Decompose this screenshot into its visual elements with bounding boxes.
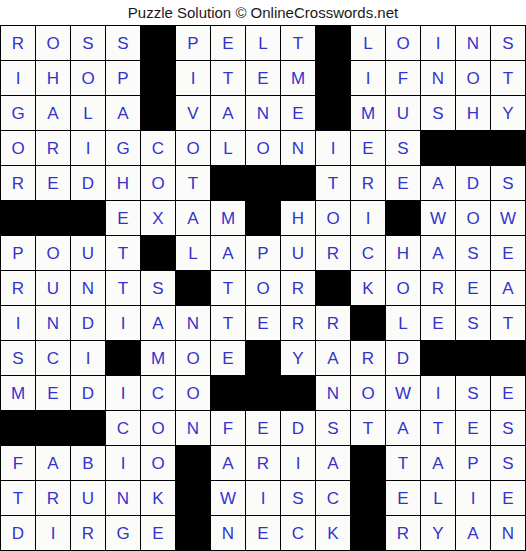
letter-cell-r8c11: K xyxy=(351,271,386,306)
letter-cell-r11c10: N xyxy=(316,376,351,411)
letter-cell-r7c3: U xyxy=(71,236,106,271)
letter-cell-r5c10: T xyxy=(316,166,351,201)
letter-cell-r13c9: I xyxy=(281,446,316,481)
letter-cell-r8c14: E xyxy=(456,271,491,306)
letter-cell-r9c9: R xyxy=(281,306,316,341)
letter-cell-r14c15: E xyxy=(491,481,526,516)
letter-cell-r13c14: P xyxy=(456,446,491,481)
letter-cell-r2c12: F xyxy=(386,61,421,96)
letter-cell-r14c14: I xyxy=(456,481,491,516)
black-cell-r6c3 xyxy=(71,201,106,236)
letter-cell-r10c9: Y xyxy=(281,341,316,376)
letter-cell-r7c6: L xyxy=(176,236,211,271)
letter-cell-r9c10: R xyxy=(316,306,351,341)
letter-cell-r1c4: S xyxy=(106,26,141,61)
black-cell-r12c3 xyxy=(71,411,106,446)
letter-cell-r6c9: H xyxy=(281,201,316,236)
letter-cell-r1c11: L xyxy=(351,26,386,61)
letter-cell-r12c12: A xyxy=(386,411,421,446)
letter-cell-r7c4: T xyxy=(106,236,141,271)
letter-cell-r1c7: E xyxy=(211,26,246,61)
puzzle-solution-page: Puzzle Solution © OnlineCrosswords.net R… xyxy=(0,0,526,551)
letter-cell-r1c2: O xyxy=(36,26,71,61)
letter-cell-r9c13: E xyxy=(421,306,456,341)
letter-cell-r2c4: P xyxy=(106,61,141,96)
letter-cell-r7c1: P xyxy=(1,236,36,271)
letter-cell-r10c1: S xyxy=(1,341,36,376)
letter-cell-r9c6: N xyxy=(176,306,211,341)
letter-cell-r10c2: C xyxy=(36,341,71,376)
letter-cell-r13c3: B xyxy=(71,446,106,481)
letter-cell-r8c2: U xyxy=(36,271,71,306)
letter-cell-r13c12: T xyxy=(386,446,421,481)
black-cell-r4c14 xyxy=(456,131,491,166)
letter-cell-r14c1: T xyxy=(1,481,36,516)
letter-cell-r14c12: E xyxy=(386,481,421,516)
black-cell-r7c5 xyxy=(141,236,176,271)
letter-cell-r12c6: N xyxy=(176,411,211,446)
black-cell-r11c8 xyxy=(246,376,281,411)
letter-cell-r3c1: G xyxy=(1,96,36,131)
letter-cell-r15c7: N xyxy=(211,516,246,551)
black-cell-r14c11 xyxy=(351,481,386,516)
letter-cell-r7c7: A xyxy=(211,236,246,271)
black-cell-r6c1 xyxy=(1,201,36,236)
black-cell-r3c5 xyxy=(141,96,176,131)
letter-cell-r14c7: W xyxy=(211,481,246,516)
letter-cell-r11c11: O xyxy=(351,376,386,411)
letter-cell-r4c4: G xyxy=(106,131,141,166)
black-cell-r5c7 xyxy=(211,166,246,201)
letter-cell-r7c10: R xyxy=(316,236,351,271)
letter-cell-r8c4: T xyxy=(106,271,141,306)
black-cell-r12c2 xyxy=(36,411,71,446)
letter-cell-r12c4: C xyxy=(106,411,141,446)
letter-cell-r1c9: T xyxy=(281,26,316,61)
black-cell-r6c8 xyxy=(246,201,281,236)
letter-cell-r13c13: A xyxy=(421,446,456,481)
black-cell-r6c2 xyxy=(36,201,71,236)
letter-cell-r4c3: I xyxy=(71,131,106,166)
letter-cell-r11c12: W xyxy=(386,376,421,411)
letter-cell-r3c14: H xyxy=(456,96,491,131)
letter-cell-r6c7: M xyxy=(211,201,246,236)
letter-cell-r3c11: M xyxy=(351,96,386,131)
letter-cell-r8c3: N xyxy=(71,271,106,306)
letter-cell-r2c1: I xyxy=(1,61,36,96)
letter-cell-r4c5: C xyxy=(141,131,176,166)
letter-cell-r3c3: L xyxy=(71,96,106,131)
letter-cell-r10c10: A xyxy=(316,341,351,376)
letter-cell-r10c3: I xyxy=(71,341,106,376)
black-cell-r10c4 xyxy=(106,341,141,376)
letter-cell-r8c1: R xyxy=(1,271,36,306)
letter-cell-r8c15: A xyxy=(491,271,526,306)
letter-cell-r7c13: A xyxy=(421,236,456,271)
letter-cell-r13c1: F xyxy=(1,446,36,481)
letter-cell-r4c9: N xyxy=(281,131,316,166)
letter-cell-r6c6: A xyxy=(176,201,211,236)
letter-cell-r13c8: R xyxy=(246,446,281,481)
letter-cell-r6c4: E xyxy=(106,201,141,236)
letter-cell-r15c14: A xyxy=(456,516,491,551)
black-cell-r11c9 xyxy=(281,376,316,411)
letter-cell-r1c6: P xyxy=(176,26,211,61)
letter-cell-r5c14: D xyxy=(456,166,491,201)
black-cell-r10c15 xyxy=(491,341,526,376)
letter-cell-r9c12: L xyxy=(386,306,421,341)
letter-cell-r3c13: S xyxy=(421,96,456,131)
letter-cell-r12c15: S xyxy=(491,411,526,446)
letter-cell-r7c11: C xyxy=(351,236,386,271)
letter-cell-r5c5: O xyxy=(141,166,176,201)
letter-cell-r15c8: E xyxy=(246,516,281,551)
letter-cell-r14c3: U xyxy=(71,481,106,516)
black-cell-r9c11 xyxy=(351,306,386,341)
letter-cell-r6c14: O xyxy=(456,201,491,236)
letter-cell-r1c12: O xyxy=(386,26,421,61)
letter-cell-r2c11: I xyxy=(351,61,386,96)
letter-cell-r6c10: O xyxy=(316,201,351,236)
letter-cell-r15c12: R xyxy=(386,516,421,551)
black-cell-r10c14 xyxy=(456,341,491,376)
letter-cell-r8c8: O xyxy=(246,271,281,306)
letter-cell-r10c6: O xyxy=(176,341,211,376)
letter-cell-r8c12: O xyxy=(386,271,421,306)
black-cell-r4c15 xyxy=(491,131,526,166)
letter-cell-r7c14: S xyxy=(456,236,491,271)
letter-cell-r11c6: O xyxy=(176,376,211,411)
letter-cell-r4c12: S xyxy=(386,131,421,166)
letter-cell-r9c4: I xyxy=(106,306,141,341)
letter-cell-r13c15: S xyxy=(491,446,526,481)
letter-cell-r2c7: T xyxy=(211,61,246,96)
letter-cell-r2c3: O xyxy=(71,61,106,96)
letter-cell-r11c4: I xyxy=(106,376,141,411)
black-cell-r6c12 xyxy=(386,201,421,236)
letter-cell-r9c2: N xyxy=(36,306,71,341)
letter-cell-r5c2: E xyxy=(36,166,71,201)
letter-cell-r9c5: A xyxy=(141,306,176,341)
letter-cell-r14c8: I xyxy=(246,481,281,516)
letter-cell-r14c4: N xyxy=(106,481,141,516)
letter-cell-r4c10: I xyxy=(316,131,351,166)
letter-cell-r12c7: F xyxy=(211,411,246,446)
letter-cell-r6c5: X xyxy=(141,201,176,236)
black-cell-r5c9 xyxy=(281,166,316,201)
letter-cell-r7c12: H xyxy=(386,236,421,271)
black-cell-r10c8 xyxy=(246,341,281,376)
letter-cell-r12c5: O xyxy=(141,411,176,446)
black-cell-r8c6 xyxy=(176,271,211,306)
letter-cell-r13c4: I xyxy=(106,446,141,481)
letter-cell-r5c4: H xyxy=(106,166,141,201)
black-cell-r1c5 xyxy=(141,26,176,61)
letter-cell-r9c1: I xyxy=(1,306,36,341)
letter-cell-r2c15: T xyxy=(491,61,526,96)
letter-cell-r13c10: A xyxy=(316,446,351,481)
page-title: Puzzle Solution © OnlineCrosswords.net xyxy=(0,0,526,25)
letter-cell-r8c13: R xyxy=(421,271,456,306)
letter-cell-r6c15: W xyxy=(491,201,526,236)
letter-cell-r8c9: R xyxy=(281,271,316,306)
letter-cell-r9c14: S xyxy=(456,306,491,341)
black-cell-r2c10 xyxy=(316,61,351,96)
letter-cell-r11c5: C xyxy=(141,376,176,411)
letter-cell-r11c15: E xyxy=(491,376,526,411)
letter-cell-r14c13: L xyxy=(421,481,456,516)
black-cell-r4c13 xyxy=(421,131,456,166)
letter-cell-r4c1: O xyxy=(1,131,36,166)
letter-cell-r3c12: U xyxy=(386,96,421,131)
letter-cell-r9c8: E xyxy=(246,306,281,341)
letter-cell-r13c7: A xyxy=(211,446,246,481)
black-cell-r14c6 xyxy=(176,481,211,516)
letter-cell-r1c8: L xyxy=(246,26,281,61)
letter-cell-r5c6: T xyxy=(176,166,211,201)
letter-cell-r2c8: E xyxy=(246,61,281,96)
letter-cell-r15c3: R xyxy=(71,516,106,551)
letter-cell-r9c7: T xyxy=(211,306,246,341)
letter-cell-r4c2: R xyxy=(36,131,71,166)
letter-cell-r10c7: E xyxy=(211,341,246,376)
letter-cell-r6c11: I xyxy=(351,201,386,236)
letter-cell-r2c6: I xyxy=(176,61,211,96)
letter-cell-r9c3: D xyxy=(71,306,106,341)
letter-cell-r2c14: O xyxy=(456,61,491,96)
letter-cell-r1c15: S xyxy=(491,26,526,61)
letter-cell-r5c11: R xyxy=(351,166,386,201)
black-cell-r13c6 xyxy=(176,446,211,481)
letter-cell-r7c2: O xyxy=(36,236,71,271)
black-cell-r10c13 xyxy=(421,341,456,376)
letter-cell-r5c3: D xyxy=(71,166,106,201)
letter-cell-r5c12: E xyxy=(386,166,421,201)
letter-cell-r3c8: N xyxy=(246,96,281,131)
letter-cell-r3c6: V xyxy=(176,96,211,131)
letter-cell-r5c13: A xyxy=(421,166,456,201)
letter-cell-r11c3: D xyxy=(71,376,106,411)
letter-cell-r11c14: S xyxy=(456,376,491,411)
letter-cell-r12c9: D xyxy=(281,411,316,446)
letter-cell-r8c7: T xyxy=(211,271,246,306)
letter-cell-r2c9: M xyxy=(281,61,316,96)
letter-cell-r11c13: I xyxy=(421,376,456,411)
black-cell-r15c6 xyxy=(176,516,211,551)
letter-cell-r15c2: I xyxy=(36,516,71,551)
letter-cell-r8c5: S xyxy=(141,271,176,306)
letter-cell-r15c13: Y xyxy=(421,516,456,551)
letter-cell-r7c9: U xyxy=(281,236,316,271)
black-cell-r3c10 xyxy=(316,96,351,131)
letter-cell-r13c5: O xyxy=(141,446,176,481)
letter-cell-r14c5: K xyxy=(141,481,176,516)
letter-cell-r15c4: G xyxy=(106,516,141,551)
letter-cell-r10c11: R xyxy=(351,341,386,376)
black-cell-r8c10 xyxy=(316,271,351,306)
letter-cell-r5c15: S xyxy=(491,166,526,201)
letter-cell-r1c14: N xyxy=(456,26,491,61)
letter-cell-r4c8: O xyxy=(246,131,281,166)
letter-cell-r3c15: Y xyxy=(491,96,526,131)
crossword-grid: ROSSPELTLOINSIHOPITEMIFNOTGALAVANEMUSHYO… xyxy=(0,25,526,551)
letter-cell-r12c8: E xyxy=(246,411,281,446)
letter-cell-r10c12: D xyxy=(386,341,421,376)
letter-cell-r3c9: E xyxy=(281,96,316,131)
letter-cell-r7c8: P xyxy=(246,236,281,271)
letter-cell-r13c2: A xyxy=(36,446,71,481)
black-cell-r12c1 xyxy=(1,411,36,446)
letter-cell-r7c15: E xyxy=(491,236,526,271)
letter-cell-r3c7: A xyxy=(211,96,246,131)
letter-cell-r6c13: W xyxy=(421,201,456,236)
letter-cell-r3c2: A xyxy=(36,96,71,131)
letter-cell-r12c10: S xyxy=(316,411,351,446)
letter-cell-r4c6: O xyxy=(176,131,211,166)
letter-cell-r12c11: T xyxy=(351,411,386,446)
letter-cell-r15c10: K xyxy=(316,516,351,551)
letter-cell-r14c10: C xyxy=(316,481,351,516)
letter-cell-r4c11: E xyxy=(351,131,386,166)
letter-cell-r5c1: R xyxy=(1,166,36,201)
letter-cell-r1c13: I xyxy=(421,26,456,61)
letter-cell-r15c5: E xyxy=(141,516,176,551)
letter-cell-r4c7: L xyxy=(211,131,246,166)
letter-cell-r1c3: S xyxy=(71,26,106,61)
letter-cell-r11c2: E xyxy=(36,376,71,411)
black-cell-r2c5 xyxy=(141,61,176,96)
letter-cell-r2c13: N xyxy=(421,61,456,96)
black-cell-r13c11 xyxy=(351,446,386,481)
letter-cell-r2c2: H xyxy=(36,61,71,96)
letter-cell-r11c1: M xyxy=(1,376,36,411)
black-cell-r5c8 xyxy=(246,166,281,201)
letter-cell-r12c14: E xyxy=(456,411,491,446)
letter-cell-r14c2: R xyxy=(36,481,71,516)
black-cell-r1c10 xyxy=(316,26,351,61)
letter-cell-r10c5: M xyxy=(141,341,176,376)
black-cell-r15c11 xyxy=(351,516,386,551)
letter-cell-r12c13: T xyxy=(421,411,456,446)
black-cell-r11c7 xyxy=(211,376,246,411)
letter-cell-r3c4: A xyxy=(106,96,141,131)
letter-cell-r1c1: R xyxy=(1,26,36,61)
letter-cell-r15c9: C xyxy=(281,516,316,551)
letter-cell-r15c1: D xyxy=(1,516,36,551)
letter-cell-r15c15: N xyxy=(491,516,526,551)
letter-cell-r9c15: T xyxy=(491,306,526,341)
letter-cell-r14c9: S xyxy=(281,481,316,516)
